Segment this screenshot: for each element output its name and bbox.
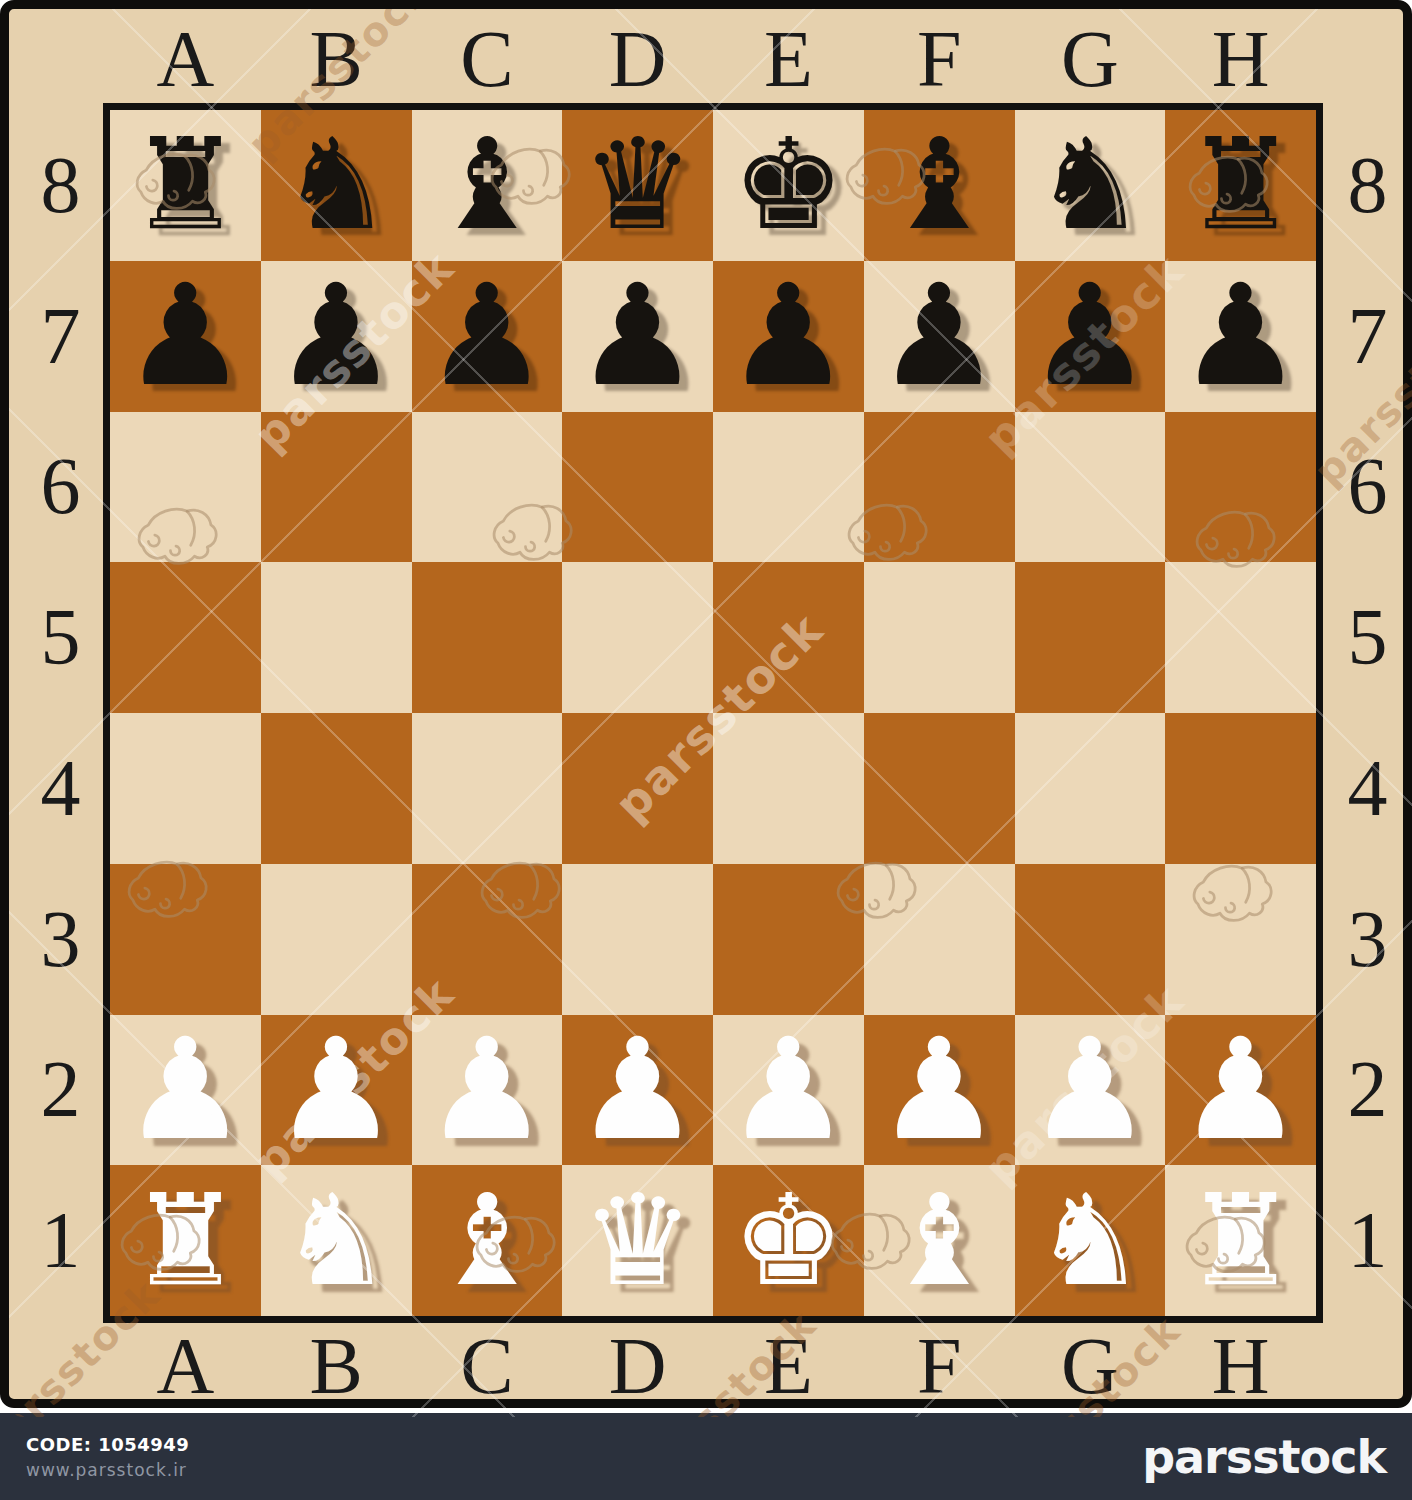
file-label-bottom-b: B (261, 1323, 412, 1409)
piece-black-bishop-c8: ♝ (430, 122, 543, 248)
square-g6[interactable] (1015, 412, 1166, 563)
piece-white-rook-a1: ♜ (129, 1178, 242, 1304)
square-e3[interactable] (713, 864, 864, 1015)
piece-white-pawn-h2: ♟ (1178, 1020, 1304, 1160)
stock-image-page: ABCDEFGH ABCDEFGH 87654321 87654321 ♜♞♝♛… (0, 0, 1412, 1500)
file-label-top-d: D (562, 13, 713, 105)
square-h5[interactable] (1165, 562, 1316, 713)
piece-black-knight-b8: ♞ (280, 122, 393, 248)
rank-labels-right: 87654321 (1323, 110, 1412, 1316)
rank-label-right-4: 4 (1323, 713, 1412, 864)
file-label-top-c: C (412, 13, 563, 105)
piece-white-pawn-a2: ♟ (123, 1020, 249, 1160)
rank-label-right-5: 5 (1323, 562, 1412, 713)
file-label-top-f: F (864, 13, 1015, 105)
square-d3[interactable] (562, 864, 713, 1015)
square-b5[interactable] (261, 562, 412, 713)
square-h2[interactable]: ♟ (1165, 1015, 1316, 1166)
square-c5[interactable] (412, 562, 563, 713)
piece-black-pawn-e7: ♟ (726, 266, 852, 406)
square-d6[interactable] (562, 412, 713, 563)
square-g7[interactable]: ♟ (1015, 261, 1166, 412)
file-label-bottom-a: A (110, 1323, 261, 1409)
square-b8[interactable]: ♞ (261, 110, 412, 261)
piece-white-pawn-g2: ♟ (1027, 1020, 1153, 1160)
file-label-bottom-d: D (562, 1323, 713, 1409)
piece-black-rook-h8: ♜ (1184, 122, 1297, 248)
piece-black-pawn-f7: ♟ (876, 266, 1002, 406)
rank-label-left-1: 1 (18, 1165, 103, 1316)
square-c8[interactable]: ♝ (412, 110, 563, 261)
file-label-top-h: H (1165, 13, 1316, 105)
file-label-top-b: B (261, 13, 412, 105)
square-a7[interactable]: ♟ (110, 261, 261, 412)
square-c6[interactable] (412, 412, 563, 563)
square-f8[interactable]: ♝ (864, 110, 1015, 261)
square-g4[interactable] (1015, 713, 1166, 864)
square-b6[interactable] (261, 412, 412, 563)
file-label-bottom-c: C (412, 1323, 563, 1409)
piece-black-king-e8: ♚ (732, 122, 845, 248)
square-b3[interactable] (261, 864, 412, 1015)
rank-label-left-8: 8 (18, 110, 103, 261)
square-d1[interactable]: ♛ (562, 1165, 713, 1316)
rank-label-right-3: 3 (1323, 864, 1412, 1015)
piece-black-pawn-h7: ♟ (1178, 266, 1304, 406)
piece-white-pawn-f2: ♟ (876, 1020, 1002, 1160)
rank-label-left-2: 2 (18, 1015, 103, 1166)
piece-white-pawn-d2: ♟ (575, 1020, 701, 1160)
piece-black-pawn-d7: ♟ (575, 266, 701, 406)
square-e1[interactable]: ♚ (713, 1165, 864, 1316)
square-f4[interactable] (864, 713, 1015, 864)
file-labels-bottom: ABCDEFGH (110, 1323, 1316, 1409)
square-d8[interactable]: ♛ (562, 110, 713, 261)
square-h3[interactable] (1165, 864, 1316, 1015)
file-label-top-a: A (110, 13, 261, 105)
square-b4[interactable] (261, 713, 412, 864)
rank-label-right-8: 8 (1323, 110, 1412, 261)
square-f3[interactable] (864, 864, 1015, 1015)
square-f6[interactable] (864, 412, 1015, 563)
square-h8[interactable]: ♜ (1165, 110, 1316, 261)
rank-label-left-5: 5 (18, 562, 103, 713)
square-g5[interactable] (1015, 562, 1166, 713)
piece-black-pawn-b7: ♟ (273, 266, 399, 406)
square-g8[interactable]: ♞ (1015, 110, 1166, 261)
piece-black-rook-a8: ♜ (129, 122, 242, 248)
file-label-bottom-f: F (864, 1323, 1015, 1409)
square-c7[interactable]: ♟ (412, 261, 563, 412)
piece-white-pawn-c2: ♟ (424, 1020, 550, 1160)
piece-black-knight-g8: ♞ (1033, 122, 1146, 248)
square-a4[interactable] (110, 713, 261, 864)
square-h7[interactable]: ♟ (1165, 261, 1316, 412)
file-label-bottom-h: H (1165, 1323, 1316, 1409)
square-f5[interactable] (864, 562, 1015, 713)
rank-label-left-6: 6 (18, 412, 103, 563)
square-a3[interactable] (110, 864, 261, 1015)
piece-black-pawn-g7: ♟ (1027, 266, 1153, 406)
square-e2[interactable]: ♟ (713, 1015, 864, 1166)
piece-black-pawn-a7: ♟ (123, 266, 249, 406)
square-f2[interactable]: ♟ (864, 1015, 1015, 1166)
file-label-top-g: G (1015, 13, 1166, 105)
square-c1[interactable]: ♝ (412, 1165, 563, 1316)
square-d2[interactable]: ♟ (562, 1015, 713, 1166)
square-f1[interactable]: ♝ (864, 1165, 1015, 1316)
square-d7[interactable]: ♟ (562, 261, 713, 412)
square-b2[interactable]: ♟ (261, 1015, 412, 1166)
square-e7[interactable]: ♟ (713, 261, 864, 412)
piece-black-queen-d8: ♛ (581, 122, 694, 248)
square-c2[interactable]: ♟ (412, 1015, 563, 1166)
rank-label-left-3: 3 (18, 864, 103, 1015)
piece-white-bishop-f1: ♝ (883, 1178, 996, 1304)
rank-label-right-2: 2 (1323, 1015, 1412, 1166)
square-d5[interactable] (562, 562, 713, 713)
piece-white-rook-h1: ♜ (1184, 1178, 1297, 1304)
piece-white-knight-g1: ♞ (1033, 1178, 1146, 1304)
rank-label-left-4: 4 (18, 713, 103, 864)
site-url: www.parsstock.ir (26, 1460, 189, 1480)
piece-black-pawn-c7: ♟ (424, 266, 550, 406)
square-b1[interactable]: ♞ (261, 1165, 412, 1316)
piece-white-pawn-b2: ♟ (273, 1020, 399, 1160)
chessboard: ♜♞♝♛♚♝♞♜♟♟♟♟♟♟♟♟♟♟♟♟♟♟♟♟♜♞♝♛♚♝♞♜ (110, 110, 1316, 1316)
square-d4[interactable] (562, 713, 713, 864)
square-a6[interactable] (110, 412, 261, 563)
square-e8[interactable]: ♚ (713, 110, 864, 261)
square-h6[interactable] (1165, 412, 1316, 563)
rank-label-right-1: 1 (1323, 1165, 1412, 1316)
file-label-bottom-e: E (713, 1323, 864, 1409)
square-a8[interactable]: ♜ (110, 110, 261, 261)
square-h4[interactable] (1165, 713, 1316, 864)
file-labels-top: ABCDEFGH (110, 13, 1316, 105)
rank-label-right-7: 7 (1323, 261, 1412, 412)
square-c4[interactable] (412, 713, 563, 864)
chessboard-frame: ABCDEFGH ABCDEFGH 87654321 87654321 ♜♞♝♛… (0, 0, 1412, 1408)
piece-white-bishop-c1: ♝ (430, 1178, 543, 1304)
piece-white-knight-b1: ♞ (280, 1178, 393, 1304)
square-h1[interactable]: ♜ (1165, 1165, 1316, 1316)
rank-label-left-7: 7 (18, 261, 103, 412)
piece-white-king-e1: ♚ (732, 1178, 845, 1304)
file-label-top-e: E (713, 13, 864, 105)
watermark-footer-bar: CODE: 1054949 www.parsstock.ir parsstock (0, 1413, 1412, 1500)
square-g1[interactable]: ♞ (1015, 1165, 1166, 1316)
parsstock-logo: parsstock (1142, 1430, 1386, 1484)
rank-labels-left: 87654321 (18, 110, 103, 1316)
square-e4[interactable] (713, 713, 864, 864)
square-a5[interactable] (110, 562, 261, 713)
file-label-bottom-g: G (1015, 1323, 1166, 1409)
square-a1[interactable]: ♜ (110, 1165, 261, 1316)
square-g3[interactable] (1015, 864, 1166, 1015)
rank-label-right-6: 6 (1323, 412, 1412, 563)
square-c3[interactable] (412, 864, 563, 1015)
square-b7[interactable]: ♟ (261, 261, 412, 412)
square-f7[interactable]: ♟ (864, 261, 1015, 412)
square-g2[interactable]: ♟ (1015, 1015, 1166, 1166)
stock-code: CODE: 1054949 (26, 1434, 189, 1455)
piece-white-queen-d1: ♛ (581, 1178, 694, 1304)
square-a2[interactable]: ♟ (110, 1015, 261, 1166)
piece-black-bishop-f8: ♝ (883, 122, 996, 248)
piece-white-pawn-e2: ♟ (726, 1020, 852, 1160)
square-e6[interactable] (713, 412, 864, 563)
square-e5[interactable] (713, 562, 864, 713)
footer-code-block: CODE: 1054949 www.parsstock.ir (26, 1434, 189, 1480)
